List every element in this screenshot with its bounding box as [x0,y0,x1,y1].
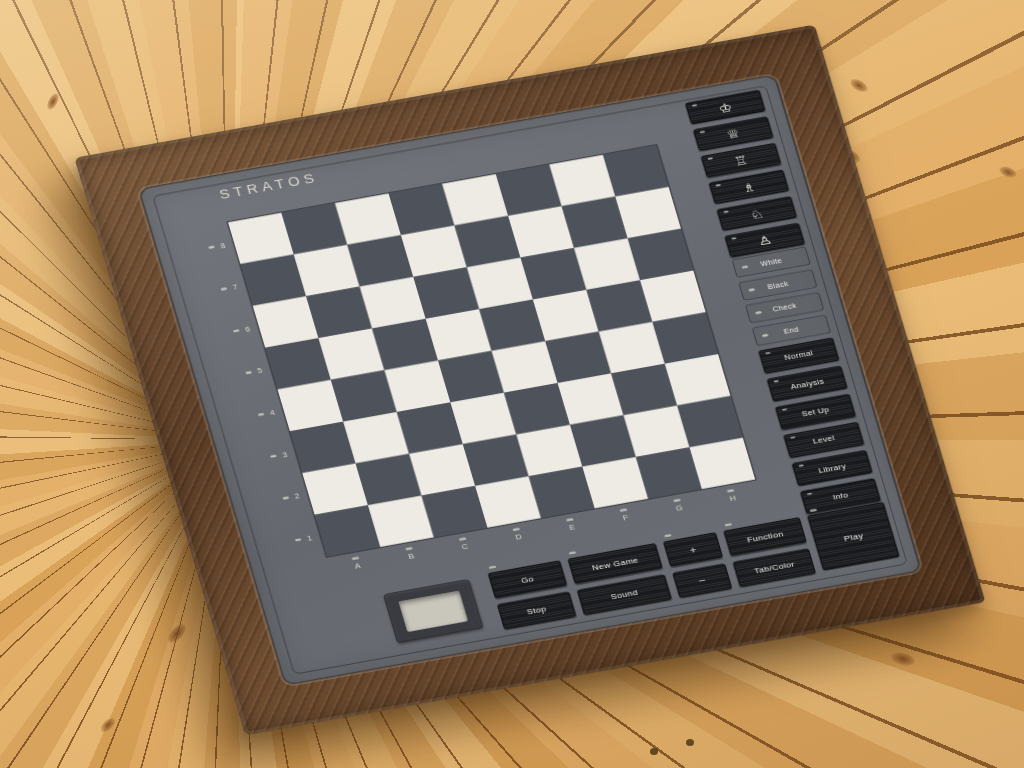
button-led [790,436,795,438]
file-led [620,508,627,512]
rank-led [270,455,276,458]
file-label-e: E [543,514,600,536]
button-tab-color[interactable]: Tab/Color [733,548,816,587]
floor-screw [650,748,658,755]
file-label-a: A [328,552,385,574]
column-plus-minus: +− [663,532,732,598]
indicator-led [748,288,754,291]
console-panel: STRATOS 87654321 ABCDEFGH ♔♕♖♗♘♙ WhiteBl… [140,76,920,684]
scene: STRATOS 87654321 ABCDEFGH ♔♕♖♗♘♙ WhiteBl… [0,0,1024,768]
play-label: Play [843,530,865,542]
indicator-led [742,265,748,268]
floor-knot [883,646,922,672]
file-led [512,528,519,532]
floor-knot [41,87,65,116]
button-led [700,131,705,133]
button-led [765,352,770,354]
rank-label-2: 2 [255,474,310,524]
button-led [782,408,787,410]
king-icon: ♔ [717,100,733,114]
mode-buttons: NormalAnalysisSet UpLevelLibraryInfo [758,338,880,515]
column-function-tabcolor: FunctionTab/Color [723,517,816,587]
rank-label-7: 7 [193,265,248,315]
button-minus[interactable]: − [672,563,732,598]
button-stop[interactable]: Stop [497,592,577,630]
rank-label-8: 8 [181,223,236,273]
lcd-display [398,591,467,632]
rank-led [233,329,239,332]
rank-led [246,371,252,374]
chessboard [228,145,756,557]
rank-label-3: 3 [243,432,298,482]
floor-knot [94,711,122,739]
rank-led [221,288,227,291]
rank-label-6: 6 [206,307,261,357]
piece-buttons: ♔♕♖♗♘♙ [685,90,805,258]
rook-icon: ♖ [733,153,749,167]
rank-led [258,413,264,416]
file-label-d: D [489,523,546,545]
rank-led [283,497,289,500]
button-plus[interactable]: + [663,532,723,567]
floor-knot [159,615,194,652]
button-go[interactable]: Go [488,560,568,598]
column-go-stop: GoStop [488,560,577,629]
rank-label-5: 5 [218,348,273,398]
bishop-icon: ♗ [741,180,757,194]
column-newgame-sound: New GameSound [568,543,672,615]
button-led [774,380,779,382]
button-play[interactable]: Play [807,502,899,570]
indicator-led [755,311,761,314]
rank-label-1: 1 [268,516,323,566]
file-label-h: H [703,485,760,507]
file-label-f: F [596,504,653,526]
button-led [692,104,697,106]
knight-icon: ♘ [749,207,765,221]
button-led [715,184,720,186]
button-led [807,493,812,495]
file-led [352,557,359,561]
rank-label-4: 4 [230,390,285,440]
pawn-icon: ♙ [756,233,772,247]
rank-led [295,538,301,541]
stratos-logo: STRATOS [218,171,320,202]
file-led [673,499,680,503]
file-label-g: G [650,494,707,516]
button-led [708,157,713,159]
indicator-led [762,334,768,337]
rank-led [209,246,215,249]
queen-icon: ♕ [725,127,741,141]
file-led [459,537,466,541]
square-h1[interactable] [690,438,756,489]
file-led [405,547,412,551]
button-led [723,211,728,213]
button-led [731,237,736,239]
file-label-c: C [436,533,493,555]
button-led [798,464,803,466]
file-label-b: B [382,543,439,565]
lcd-bezel [383,579,483,643]
floor-screw [686,739,694,746]
file-led [727,489,734,493]
floor-knot [843,72,875,99]
file-led [566,518,573,522]
floor-knot [993,161,1022,183]
indicator-panel: WhiteBlackCheckEnd [731,246,831,346]
